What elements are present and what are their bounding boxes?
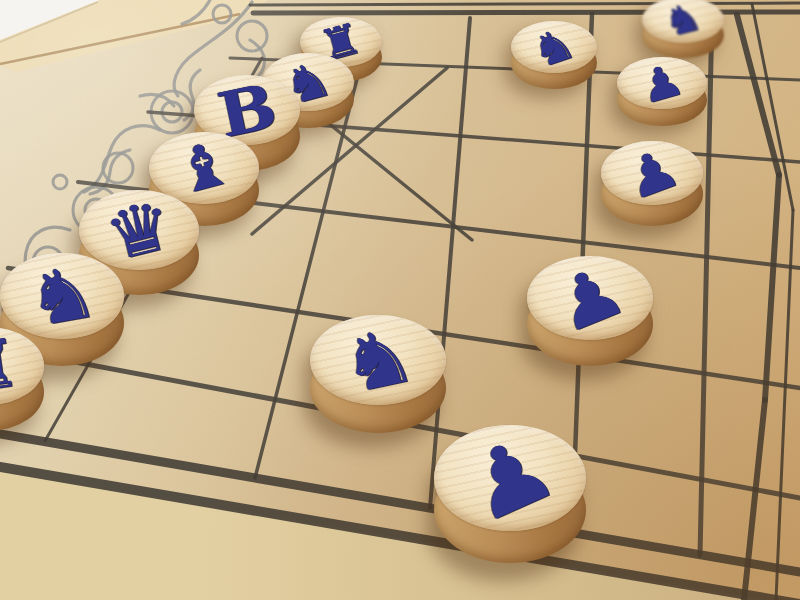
piece-soldier[interactable]: ♟ <box>527 256 653 366</box>
piece-soldier[interactable]: ♟ <box>601 141 703 226</box>
disc-face: ♞ <box>511 21 597 73</box>
piece-soldier[interactable]: ♟ <box>434 425 586 563</box>
piece-glyph-♟: ♟ <box>545 256 636 340</box>
piece-edge[interactable]: ♜ <box>0 327 44 431</box>
piece-horse[interactable]: ♞ <box>642 0 724 58</box>
piece-glyph-♟: ♟ <box>618 141 686 205</box>
piece-glyph-♞: ♞ <box>21 254 103 338</box>
disc-face: ♟ <box>527 256 653 340</box>
piece-cannon[interactable]: ♞ <box>310 315 446 433</box>
piece-glyph-♞: ♞ <box>334 315 423 405</box>
xiangqi-photo-scene: ♞♜♞♞♟B♝♟♛♞♟♞♜♟ <box>0 0 800 600</box>
piece-glyph-♜: ♜ <box>0 329 25 404</box>
disc-face: ♞ <box>310 315 446 405</box>
disc-face: ♟ <box>617 57 707 109</box>
piece-glyph-♞: ♞ <box>527 21 582 73</box>
piece-glyph-♟: ♟ <box>635 57 689 109</box>
piece-glyph-♞: ♞ <box>660 0 706 43</box>
piece-glyph-♟: ♟ <box>452 425 569 531</box>
disc-face: ♟ <box>434 425 586 531</box>
piece-cannon[interactable]: ♞ <box>511 21 597 89</box>
piece-soldier[interactable]: ♟ <box>617 57 707 126</box>
disc-face: ♟ <box>601 141 703 205</box>
